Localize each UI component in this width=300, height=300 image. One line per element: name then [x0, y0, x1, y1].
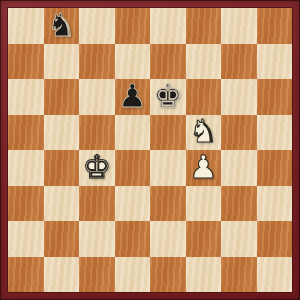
square-e3[interactable]: [150, 186, 186, 222]
square-f7[interactable]: [186, 44, 222, 80]
square-e6[interactable]: ♚: [150, 79, 186, 115]
white-king-c4[interactable]: ♚: [82, 151, 111, 183]
square-c4[interactable]: ♚: [79, 150, 115, 186]
square-a7[interactable]: [8, 44, 44, 80]
board-frame: ♞♟♚♞♚♟: [0, 0, 300, 300]
square-b6[interactable]: [44, 79, 80, 115]
square-g3[interactable]: [221, 186, 257, 222]
square-a3[interactable]: [8, 186, 44, 222]
square-h6[interactable]: [257, 79, 293, 115]
square-b7[interactable]: [44, 44, 80, 80]
square-h8[interactable]: [257, 8, 293, 44]
square-f4[interactable]: ♟: [186, 150, 222, 186]
square-a5[interactable]: [8, 115, 44, 151]
square-b3[interactable]: [44, 186, 80, 222]
square-c2[interactable]: [79, 221, 115, 257]
square-c3[interactable]: [79, 186, 115, 222]
square-d7[interactable]: [115, 44, 151, 80]
square-a2[interactable]: [8, 221, 44, 257]
square-c8[interactable]: [79, 8, 115, 44]
square-d2[interactable]: [115, 221, 151, 257]
white-knight-f5[interactable]: ♞: [189, 115, 218, 147]
black-knight-b8[interactable]: ♞: [47, 9, 76, 41]
square-d3[interactable]: [115, 186, 151, 222]
square-b1[interactable]: [44, 257, 80, 293]
square-c5[interactable]: [79, 115, 115, 151]
square-e2[interactable]: [150, 221, 186, 257]
white-pawn-f4[interactable]: ♟: [189, 151, 218, 183]
square-c6[interactable]: [79, 79, 115, 115]
square-c1[interactable]: [79, 257, 115, 293]
square-d8[interactable]: [115, 8, 151, 44]
square-f5[interactable]: ♞: [186, 115, 222, 151]
square-g8[interactable]: [221, 8, 257, 44]
square-g7[interactable]: [221, 44, 257, 80]
square-h2[interactable]: [257, 221, 293, 257]
square-g1[interactable]: [221, 257, 257, 293]
square-b8[interactable]: ♞: [44, 8, 80, 44]
square-a4[interactable]: [8, 150, 44, 186]
square-f1[interactable]: [186, 257, 222, 293]
square-h5[interactable]: [257, 115, 293, 151]
square-c7[interactable]: [79, 44, 115, 80]
square-g5[interactable]: [221, 115, 257, 151]
square-d1[interactable]: [115, 257, 151, 293]
square-a8[interactable]: [8, 8, 44, 44]
square-g6[interactable]: [221, 79, 257, 115]
square-d5[interactable]: [115, 115, 151, 151]
square-d6[interactable]: ♟: [115, 79, 151, 115]
square-a6[interactable]: [8, 79, 44, 115]
black-king-e6[interactable]: ♚: [153, 80, 182, 112]
square-e7[interactable]: [150, 44, 186, 80]
square-e5[interactable]: [150, 115, 186, 151]
square-h3[interactable]: [257, 186, 293, 222]
square-b4[interactable]: [44, 150, 80, 186]
square-f8[interactable]: [186, 8, 222, 44]
black-pawn-d6[interactable]: ♟: [118, 80, 147, 112]
square-f3[interactable]: [186, 186, 222, 222]
square-f6[interactable]: [186, 79, 222, 115]
square-g4[interactable]: [221, 150, 257, 186]
square-h4[interactable]: [257, 150, 293, 186]
square-h1[interactable]: [257, 257, 293, 293]
square-h7[interactable]: [257, 44, 293, 80]
square-g2[interactable]: [221, 221, 257, 257]
square-f2[interactable]: [186, 221, 222, 257]
square-e1[interactable]: [150, 257, 186, 293]
chess-board: ♞♟♚♞♚♟: [8, 8, 292, 292]
square-a1[interactable]: [8, 257, 44, 293]
square-d4[interactable]: [115, 150, 151, 186]
square-e4[interactable]: [150, 150, 186, 186]
square-b5[interactable]: [44, 115, 80, 151]
square-e8[interactable]: [150, 8, 186, 44]
square-b2[interactable]: [44, 221, 80, 257]
